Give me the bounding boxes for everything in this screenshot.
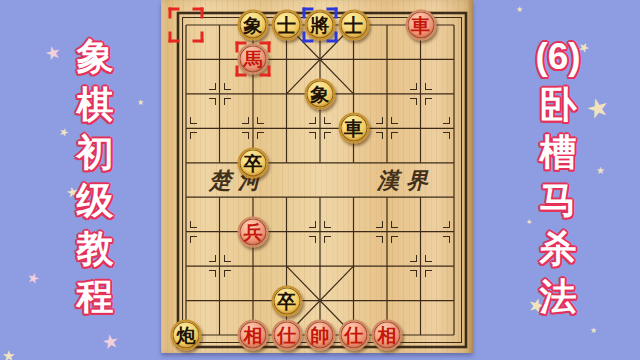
title-char: 槽 [540,129,577,177]
star-icon: ★ [2,348,15,360]
piece-black-pawn[interactable]: 卒 [271,285,302,316]
piece-char: 象 [311,85,330,104]
piece-char: 卒 [244,154,263,173]
title-char: 卧 [540,81,577,129]
star-icon: ★ [590,327,597,335]
title-char: 象 [77,33,114,81]
point-marker [376,221,398,243]
star-icon: ★ [596,166,605,176]
point-marker [175,117,197,139]
xiangqi-board[interactable]: 楚河 漢界 象士將士車馬象車卒兵卒炮相仕帥仕相 [161,0,473,353]
piece-char: 帥 [311,326,330,345]
point-marker [410,255,432,277]
piece-black-advisor[interactable]: 士 [271,10,302,41]
piece-black-elephant[interactable]: 象 [238,10,269,41]
point-marker [376,117,398,139]
star-icon: ★ [100,331,120,353]
piece-char: 兵 [244,223,263,242]
piece-char: 馬 [244,50,263,69]
star-icon: ★ [43,42,63,64]
piece-char: 將 [311,16,330,35]
piece-char: 相 [378,326,397,345]
piece-red-advisor[interactable]: 仕 [271,319,302,350]
piece-black-elephant[interactable]: 象 [305,78,336,109]
title-char: 法 [540,273,577,321]
piece-char: 車 [411,16,430,35]
point-marker [175,221,197,243]
point-marker [309,117,331,139]
point-marker [443,117,465,139]
title-char: 教 [77,225,114,273]
piece-black-cannon[interactable]: 炮 [171,319,202,350]
title-char: 级 [77,177,114,225]
piece-char: 卒 [277,292,296,311]
board-grid: 楚河 漢界 [161,0,473,353]
title-char: 初 [77,129,114,177]
piece-char: 相 [244,326,263,345]
piece-char: 士 [344,16,363,35]
piece-char: 象 [244,16,263,35]
point-marker [209,83,231,105]
star-icon: ★ [25,270,41,287]
piece-char: 車 [344,119,363,138]
right-title: (6)卧槽马杀法 [528,33,588,321]
video-frame: 象棋初级教程 (6)卧槽马杀法 [0,0,640,360]
star-icon: ★ [137,99,144,107]
piece-char: 仕 [277,326,296,345]
point-marker [242,117,264,139]
point-marker [443,221,465,243]
point-marker [410,83,432,105]
piece-char: 炮 [177,326,196,345]
piece-black-pawn[interactable]: 卒 [238,147,269,178]
piece-black-advisor[interactable]: 士 [338,10,369,41]
title-char: 棋 [77,81,114,129]
star-icon: ★ [516,6,523,14]
title-char: 马 [540,177,577,225]
piece-black-general[interactable]: 將 [305,10,336,41]
piece-black-chariot[interactable]: 車 [338,113,369,144]
piece-red-advisor[interactable]: 仕 [338,319,369,350]
title-char: 程 [77,273,114,321]
piece-red-general[interactable]: 帥 [305,319,336,350]
title-char: (6) [535,33,580,81]
piece-char: 士 [277,16,296,35]
point-marker [309,221,331,243]
title-char: 杀 [540,225,577,273]
piece-red-chariot[interactable]: 車 [405,10,436,41]
piece-red-elephant[interactable]: 相 [372,319,403,350]
left-title: 象棋初级教程 [65,33,125,321]
point-marker [209,255,231,277]
piece-char: 仕 [344,326,363,345]
piece-red-elephant[interactable]: 相 [238,319,269,350]
piece-red-horse[interactable]: 馬 [238,44,269,75]
piece-red-pawn[interactable]: 兵 [238,216,269,247]
river-label-right: 漢界 [376,168,435,193]
